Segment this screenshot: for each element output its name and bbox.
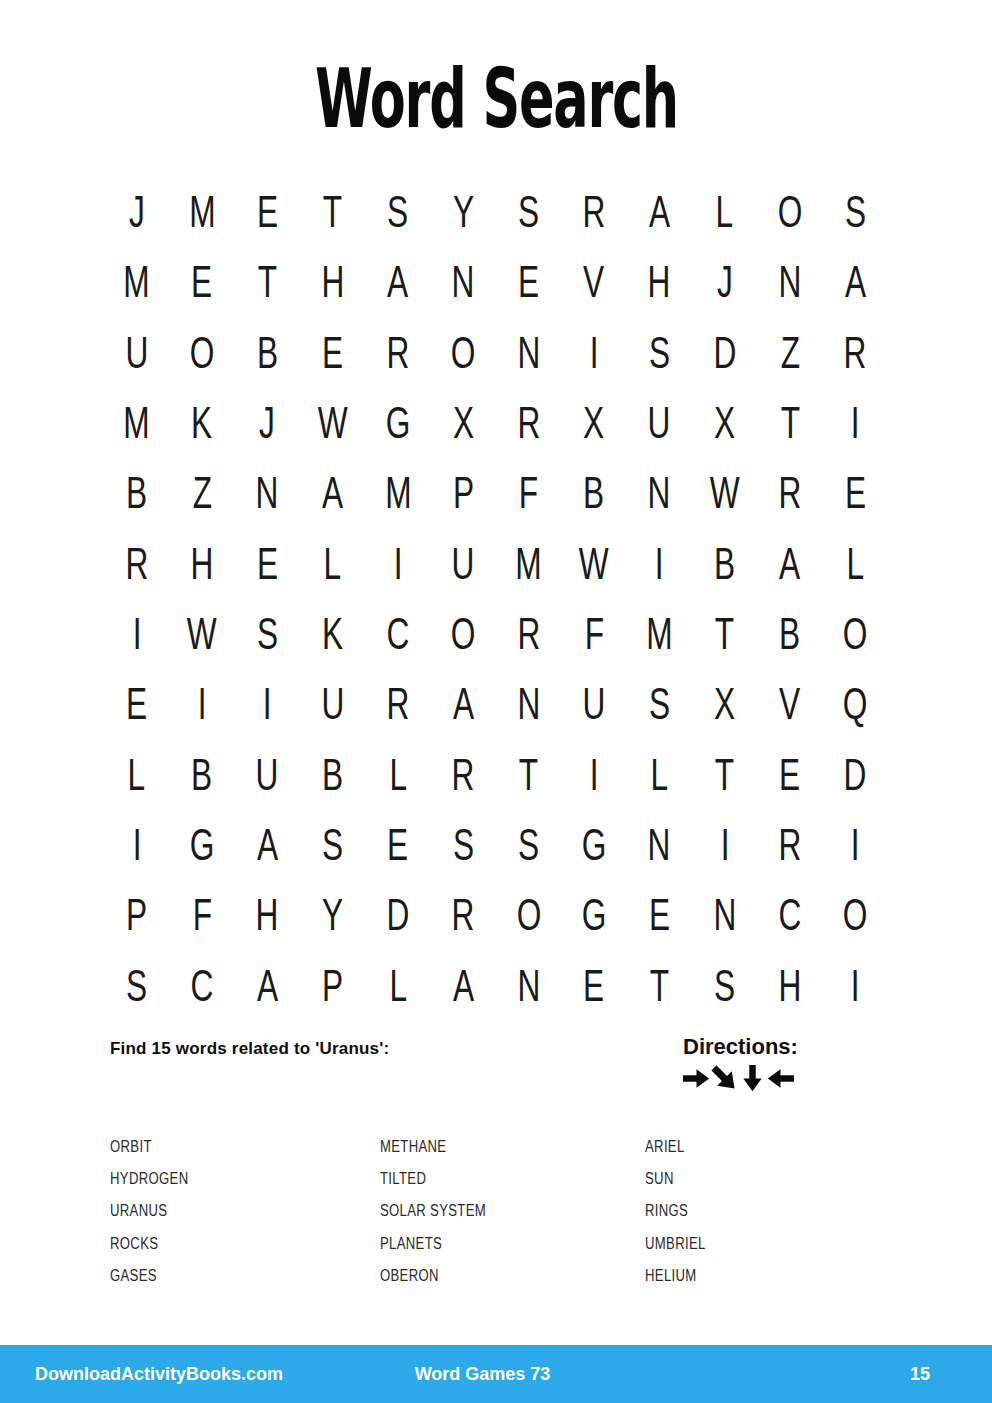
grid-letter: O [843,893,868,937]
grid-letter: J [129,190,145,234]
directions-block: Directions: [683,1034,863,1092]
grid-letter: B [322,753,343,797]
grid-letter: R [779,823,802,867]
directions-arrows [683,1065,863,1092]
grid-cell-r2c9: H [627,247,692,317]
grid-letter: T [323,190,342,234]
grid-letter: A [322,471,343,515]
grid-letter: A [845,260,866,304]
grid-cell-r3c11: Z [757,318,822,388]
grid-cell-r11c4: Y [300,880,365,950]
grid-letter: P [126,893,147,937]
grid-letter: F [584,612,603,656]
grid-cell-r8c1: E [104,669,169,739]
grid-letter: L [128,753,146,797]
grid-cell-r9c7: T [496,740,561,810]
grid-cell-r9c9: L [627,740,692,810]
grid-letter: D [844,753,867,797]
word-list-item-text: HYDROGEN [110,1170,188,1188]
grid-letter: X [714,401,735,445]
grid-cell-r2c12: A [823,247,888,317]
grid-cell-r7c3: S [235,599,300,669]
grid-letter: R [517,612,540,656]
grid-letter: W [318,401,348,445]
grid-cell-r6c12: L [823,529,888,599]
grid-cell-r12c3: A [235,951,300,1021]
grid-cell-r12c8: E [561,951,626,1021]
grid-letter: R [517,401,540,445]
grid-cell-r1c3: E [235,177,300,247]
grid-cell-r5c2: Z [169,458,234,528]
word-list-item-text: ARIEL [645,1138,685,1156]
grid-letter: U [321,682,344,726]
grid-letter: G [582,893,607,937]
grid-cell-r5c11: R [757,458,822,528]
grid-letter: B [257,331,278,375]
word-list-item-text: SOLAR SYSTEM [380,1202,486,1220]
grid-letter: B [583,471,604,515]
grid-letter: I [851,964,860,1008]
grid-cell-r5c12: E [823,458,888,528]
grid-cell-r7c12: O [823,599,888,669]
grid-letter: A [453,682,474,726]
grid-letter: N [779,260,802,304]
grid-cell-r1c12: S [823,177,888,247]
grid-cell-r10c3: A [235,810,300,880]
grid-cell-r11c8: G [561,880,626,950]
word-list-item-text: PLANETS [380,1235,442,1253]
grid-cell-r4c5: G [365,388,430,458]
word-list: ORBITHYDROGENURANUSROCKSGASES METHANETIL… [110,1131,910,1292]
grid-letter: H [321,260,344,304]
word-list-item-text: GASES [110,1267,157,1285]
grid-cell-r7c1: I [104,599,169,669]
word-list-item: METHANE [380,1131,645,1163]
grid-letter: I [132,823,141,867]
grid-cell-r6c9: I [627,529,692,599]
grid-letter: N [452,260,475,304]
grid-letter: Y [453,190,474,234]
grid-letter: E [126,682,147,726]
word-list-item: GASES [110,1260,380,1292]
grid-cell-r2c11: N [757,247,822,317]
grid-letter: I [394,542,403,586]
grid-letter: E [387,823,408,867]
page: Word Search JMETSYSRALOSMETHANEVHJNAUOBE… [0,0,992,1403]
grid-cell-r8c11: V [757,669,822,739]
word-list-column: METHANETILTEDSOLAR SYSTEMPLANETSOBERON [380,1131,645,1292]
word-list-item-text: ROCKS [110,1235,158,1253]
grid-cell-r8c5: R [365,669,430,739]
grid-letter: C [191,964,214,1008]
grid-cell-r5c5: M [365,458,430,528]
grid-letter: R [452,753,475,797]
grid-letter: O [843,612,868,656]
grid-cell-r9c11: E [757,740,822,810]
grid-letter: A [649,190,670,234]
grid-cell-r11c11: C [757,880,822,950]
grid-letter: W [579,542,609,586]
grid-letter: L [847,542,865,586]
grid-letter: S [387,190,408,234]
word-list-item: ROCKS [110,1228,380,1260]
word-list-item: OBERON [380,1260,645,1292]
grid-cell-r1c2: M [169,177,234,247]
grid-letter: G [386,401,411,445]
grid-letter: R [387,331,410,375]
word-list-column: ARIELSUNRINGSUMBRIELHELIUM [645,1131,885,1292]
grid-letter: J [717,260,733,304]
grid-letter: N [517,964,540,1008]
grid-letter: O [516,893,541,937]
grid-letter: T [715,612,734,656]
word-list-item: HYDROGEN [110,1163,380,1195]
grid-cell-r12c9: T [627,951,692,1021]
grid-letter: E [518,260,539,304]
grid-cell-r11c12: O [823,880,888,950]
grid-cell-r3c10: D [692,318,757,388]
word-list-item: PLANETS [380,1228,645,1260]
grid-letter: M [123,260,149,304]
grid-cell-r5c8: B [561,458,626,528]
footer-page-number: 15 [550,1364,930,1385]
grid-letter: O [778,190,803,234]
word-list-item-text: SUN [645,1170,674,1188]
grid-letter: E [191,260,212,304]
grid-letter: S [518,823,539,867]
grid-letter: U [583,682,606,726]
grid-letter: E [257,542,278,586]
grid-letter: U [256,753,279,797]
grid-cell-r10c7: S [496,810,561,880]
grid-letter: N [648,823,671,867]
grid-letter: L [651,753,669,797]
grid-cell-r7c10: T [692,599,757,669]
grid-cell-r4c2: K [169,388,234,458]
word-list-item: RINGS [645,1195,885,1227]
grid-letter: I [655,542,664,586]
grid-cell-r1c11: O [757,177,822,247]
grid-letter: M [515,542,541,586]
grid-letter: B [714,542,735,586]
grid-letter: L [389,753,407,797]
grid-cell-r2c3: T [235,247,300,317]
word-list-item: TILTED [380,1163,645,1195]
grid-letter: L [716,190,734,234]
grid-cell-r4c4: W [300,388,365,458]
grid-letter: M [123,401,149,445]
word-list-item: SOLAR SYSTEM [380,1195,645,1227]
grid-letter: E [583,964,604,1008]
grid-cell-r6c10: B [692,529,757,599]
grid-letter: S [649,682,670,726]
grid-cell-r12c5: L [365,951,430,1021]
grid-cell-r6c3: E [235,529,300,599]
grid-cell-r3c6: O [431,318,496,388]
grid-letter: V [583,260,604,304]
grid-letter: E [779,753,800,797]
grid-cell-r8c7: N [496,669,561,739]
grid-cell-r9c12: D [823,740,888,810]
grid-cell-r11c2: F [169,880,234,950]
grid-letter: T [258,260,277,304]
grid-cell-r12c7: N [496,951,561,1021]
grid-letter: I [132,612,141,656]
grid-cell-r1c9: A [627,177,692,247]
grid-letter: I [263,682,272,726]
word-list-item-text: URANUS [110,1202,167,1220]
grid-letter: R [452,893,475,937]
word-list-item: URANUS [110,1195,380,1227]
grid-cell-r7c4: K [300,599,365,669]
grid-cell-r7c5: C [365,599,430,669]
grid-letter: A [779,542,800,586]
grid-letter: S [845,190,866,234]
grid-letter: F [519,471,538,515]
grid-letter: N [517,682,540,726]
grid-cell-r1c5: S [365,177,430,247]
grid-cell-r5c3: N [235,458,300,528]
word-list-item-text: ORBIT [110,1138,152,1156]
grid-cell-r1c6: Y [431,177,496,247]
grid-cell-r8c10: X [692,669,757,739]
grid-letter: X [453,401,474,445]
grid-cell-r8c2: I [169,669,234,739]
grid-cell-r9c10: T [692,740,757,810]
grid-cell-r9c5: L [365,740,430,810]
grid-letter: N [713,893,736,937]
direction-left-icon [767,1065,794,1092]
grid-cell-r4c8: X [561,388,626,458]
grid-letter: A [257,964,278,1008]
grid-letter: I [720,823,729,867]
grid-cell-r2c10: J [692,247,757,317]
grid-cell-r11c10: N [692,880,757,950]
grid-letter: L [389,964,407,1008]
grid-letter: R [844,331,867,375]
footer-website: DownloadActivityBooks.com [35,1364,415,1385]
grid-letter: W [710,471,740,515]
grid-letter: R [583,190,606,234]
word-list-item: ORBIT [110,1131,380,1163]
grid-cell-r11c1: P [104,880,169,950]
grid-letter: S [649,331,670,375]
grid-letter: I [590,753,599,797]
grid-letter: D [713,331,736,375]
grid-letter: A [257,823,278,867]
word-list-column: ORBITHYDROGENURANUSROCKSGASES [110,1131,380,1292]
grid-letter: B [779,612,800,656]
word-list-item: HELIUM [645,1260,885,1292]
grid-letter: E [322,331,343,375]
grid-cell-r1c10: L [692,177,757,247]
word-list-item-text: OBERON [380,1267,439,1285]
grid-cell-r10c2: G [169,810,234,880]
grid-cell-r10c4: S [300,810,365,880]
grid-letter: F [192,893,211,937]
grid-cell-r6c11: A [757,529,822,599]
grid-cell-r2c4: H [300,247,365,317]
grid-cell-r9c4: B [300,740,365,810]
grid-cell-r11c6: R [431,880,496,950]
grid-cell-r5c7: F [496,458,561,528]
grid-letter: J [259,401,275,445]
grid-cell-r8c6: A [431,669,496,739]
grid-cell-r10c5: E [365,810,430,880]
word-list-item-text: METHANE [380,1138,446,1156]
grid-cell-r6c1: R [104,529,169,599]
grid-cell-r4c3: J [235,388,300,458]
grid-cell-r10c10: I [692,810,757,880]
grid-cell-r4c9: U [627,388,692,458]
grid-letter: I [590,331,599,375]
page-title-text: Word Search [315,58,678,140]
grid-cell-r4c10: X [692,388,757,458]
grid-cell-r2c2: E [169,247,234,317]
word-list-item: UMBRIEL [645,1228,885,1260]
grid-letter: W [187,612,217,656]
grid-cell-r5c9: N [627,458,692,528]
grid-letter: A [453,964,474,1008]
grid-cell-r9c1: L [104,740,169,810]
grid-letter: D [387,893,410,937]
grid-letter: U [452,542,475,586]
grid-cell-r9c2: B [169,740,234,810]
grid-letter: S [322,823,343,867]
grid-letter: Y [322,893,343,937]
grid-letter: S [714,964,735,1008]
grid-cell-r2c5: A [365,247,430,317]
grid-cell-r3c7: N [496,318,561,388]
grid-letter: P [453,471,474,515]
word-list-item: SUN [645,1163,885,1195]
grid-letter: E [257,190,278,234]
grid-letter: K [322,612,343,656]
grid-cell-r10c9: N [627,810,692,880]
grid-cell-r3c12: R [823,318,888,388]
grid-cell-r2c6: N [431,247,496,317]
grid-cell-r9c6: R [431,740,496,810]
grid-letter: A [387,260,408,304]
grid-cell-r11c7: O [496,880,561,950]
grid-letter: C [779,893,802,937]
grid-cell-r3c2: O [169,318,234,388]
grid-cell-r6c8: W [561,529,626,599]
grid-cell-r11c5: D [365,880,430,950]
grid-letter: N [648,471,671,515]
grid-letter: L [324,542,342,586]
grid-letter: H [779,964,802,1008]
grid-cell-r12c10: S [692,951,757,1021]
grid-letter: G [582,823,607,867]
grid-cell-r3c1: U [104,318,169,388]
grid-cell-r4c7: R [496,388,561,458]
grid-letter: H [648,260,671,304]
grid-letter: I [851,401,860,445]
grid-letter: B [191,753,212,797]
grid-cell-r8c9: S [627,669,692,739]
grid-letter: S [518,190,539,234]
grid-letter: C [387,612,410,656]
grid-cell-r4c11: T [757,388,822,458]
grid-letter: V [779,682,800,726]
grid-cell-r8c4: U [300,669,365,739]
grid-cell-r1c7: S [496,177,561,247]
grid-cell-r12c1: S [104,951,169,1021]
grid-letter: T [780,401,799,445]
grid-cell-r7c8: F [561,599,626,669]
grid-cell-r8c12: Q [823,669,888,739]
directions-label: Directions: [683,1034,863,1060]
grid-cell-r3c8: I [561,318,626,388]
grid-cell-r2c1: M [104,247,169,317]
grid-letter: T [519,753,538,797]
grid-letter: P [322,964,343,1008]
grid-letter: K [191,401,212,445]
grid-cell-r11c3: H [235,880,300,950]
grid-letter: R [779,471,802,515]
grid-cell-r10c1: I [104,810,169,880]
grid-letter: I [851,823,860,867]
grid-letter: Q [843,682,868,726]
instruction-text: Find 15 words related to 'Uranus': [110,1039,389,1059]
grid-cell-r2c7: E [496,247,561,317]
grid-letter: T [715,753,734,797]
word-list-item-text: UMBRIEL [645,1235,706,1253]
direction-down-right-icon [711,1065,738,1092]
grid-letter: S [453,823,474,867]
grid-cell-r5c10: W [692,458,757,528]
word-list-item-text: RINGS [645,1202,688,1220]
grid-cell-r12c12: I [823,951,888,1021]
grid-cell-r9c8: I [561,740,626,810]
grid-letter: O [451,612,476,656]
grid-cell-r10c11: R [757,810,822,880]
grid-cell-r3c4: E [300,318,365,388]
grid-letter: M [385,471,411,515]
grid-cell-r6c5: I [365,529,430,599]
grid-cell-r3c3: B [235,318,300,388]
grid-letter: H [191,542,214,586]
grid-letter: S [257,612,278,656]
grid-letter: M [646,612,672,656]
grid-cell-r10c8: G [561,810,626,880]
grid-cell-r12c2: C [169,951,234,1021]
page-title: Word Search [0,58,992,140]
grid-letter: X [583,401,604,445]
grid-cell-r1c4: T [300,177,365,247]
grid-letter: N [256,471,279,515]
grid-cell-r1c8: R [561,177,626,247]
grid-letter: E [845,471,866,515]
footer-booklet: Word Games 73 [415,1364,551,1385]
grid-cell-r7c9: M [627,599,692,669]
word-list-item: ARIEL [645,1131,885,1163]
grid-letter: S [126,964,147,1008]
footer-bar: DownloadActivityBooks.com Word Games 73 … [0,1345,992,1403]
grid-cell-r5c6: P [431,458,496,528]
grid-letter: U [125,331,148,375]
grid-letter: G [190,823,215,867]
grid-letter: M [189,190,215,234]
grid-cell-r1c1: J [104,177,169,247]
grid-cell-r8c8: U [561,669,626,739]
direction-down-icon [739,1065,766,1092]
grid-cell-r7c11: B [757,599,822,669]
grid-cell-r4c1: M [104,388,169,458]
grid-cell-r7c6: O [431,599,496,669]
grid-cell-r8c3: I [235,669,300,739]
